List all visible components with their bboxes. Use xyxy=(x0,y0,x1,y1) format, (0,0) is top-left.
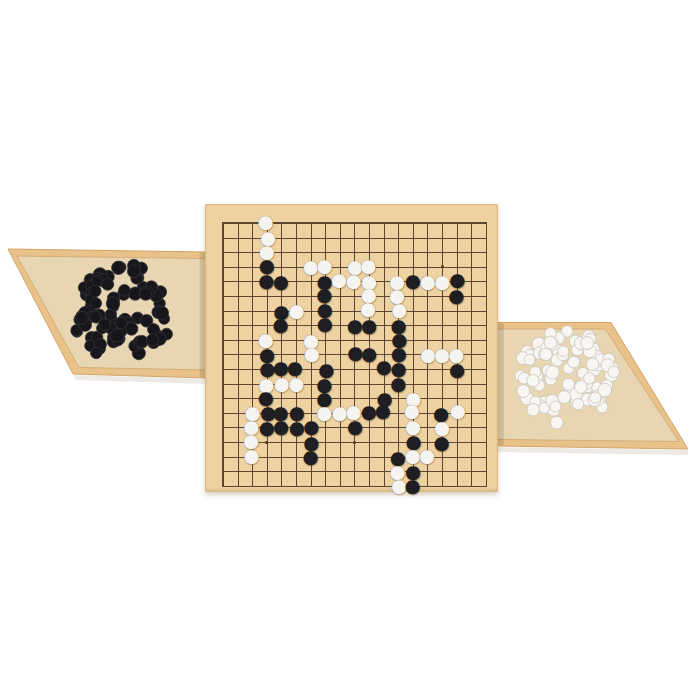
white-stone: ● xyxy=(289,304,304,319)
black-stone: ● xyxy=(259,274,274,289)
black-stone: ● xyxy=(375,404,390,419)
white-stone: ● xyxy=(419,449,434,464)
white-stone: ● xyxy=(289,377,304,392)
black-stone: ● xyxy=(274,420,289,435)
hoshi-point xyxy=(441,265,444,268)
board-edge-shadow xyxy=(498,324,504,446)
black-stone: ● xyxy=(273,275,288,290)
go-board-grid[interactable]: ●●●●●●●●●●●●●●●●●●●●●●●●●●●●●●●●●●●●●●●●… xyxy=(222,222,487,487)
hoshi-point xyxy=(353,441,356,444)
go-set-photo: ●●●●●●●●●●●●●●●●●●●●●●●●●●●●●●●●●●●●●●●●… xyxy=(0,0,700,700)
black-stone: ● xyxy=(362,319,377,334)
white-stone: ● xyxy=(244,449,259,464)
black-stone-tray[interactable] xyxy=(8,249,207,384)
black-stone: ● xyxy=(317,317,332,332)
white-stone: ● xyxy=(346,273,361,288)
white-stone-tray[interactable] xyxy=(497,323,688,456)
black-stone: ● xyxy=(273,318,288,333)
go-board: ●●●●●●●●●●●●●●●●●●●●●●●●●●●●●●●●●●●●●●●●… xyxy=(205,204,498,492)
black-stone: ● xyxy=(434,436,449,451)
black-stone: ● xyxy=(405,479,420,494)
hoshi-point xyxy=(265,441,268,444)
black-stone: ● xyxy=(348,420,363,435)
black-stone: ● xyxy=(362,346,377,361)
black-stone: ● xyxy=(405,274,420,289)
black-stone: ● xyxy=(450,363,465,378)
black-stone: ● xyxy=(289,420,304,435)
white-stone: ● xyxy=(450,404,465,419)
black-stone: ● xyxy=(303,450,318,465)
black-stone: ● xyxy=(449,288,464,303)
